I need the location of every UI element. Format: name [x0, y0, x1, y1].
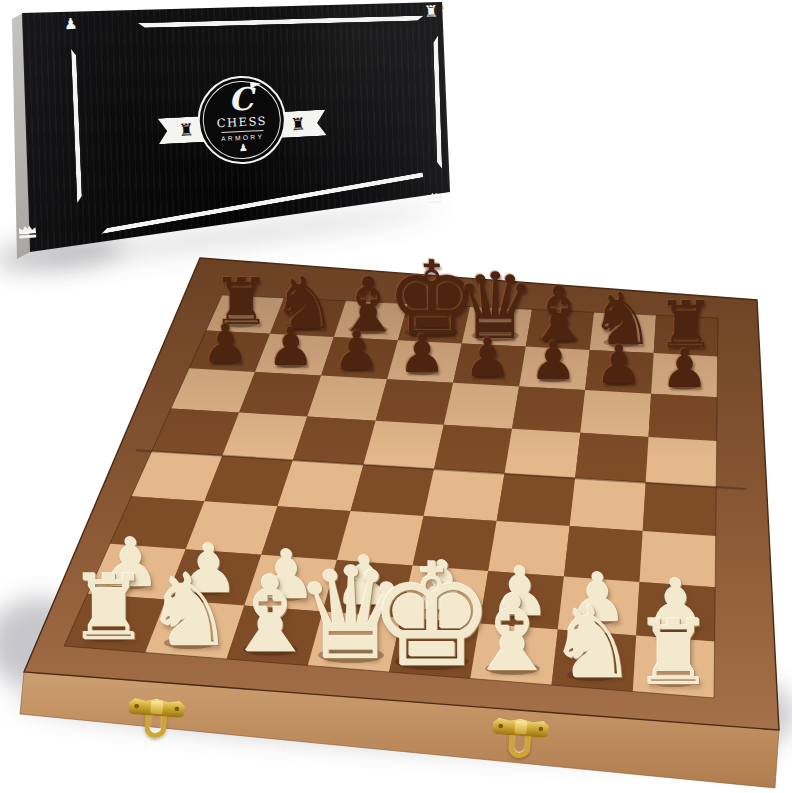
piece-shadow [269, 593, 304, 601]
piece-shadow [277, 362, 305, 369]
piece-shadow [318, 647, 384, 663]
piece-shadow [86, 631, 133, 642]
piece-shadow [567, 669, 619, 681]
piece-shadow [349, 325, 388, 334]
piece-shadow [658, 622, 693, 630]
piece-shadow [472, 330, 520, 341]
piece-shadow [540, 376, 568, 383]
piece-shadow [286, 322, 323, 331]
brass-latch-right [491, 717, 550, 760]
brass-latch-left [127, 697, 186, 740]
piece-shadow [669, 342, 703, 350]
piece-shadow [405, 326, 458, 339]
piece-shadow [604, 338, 641, 347]
piece-shadow [114, 581, 149, 589]
piece-shadow [671, 383, 699, 390]
piece-shadow [243, 643, 298, 656]
latch-plate [492, 717, 549, 738]
latch-plate [128, 697, 185, 718]
piece-shadow [343, 365, 371, 372]
piece-shadow [212, 358, 240, 365]
piece-shadow [395, 653, 469, 671]
piece-shadow [503, 610, 538, 618]
piece-shadow [605, 379, 633, 386]
piece-shadow [425, 604, 460, 612]
piece-shadow [224, 319, 258, 327]
piece-shadow [485, 662, 540, 675]
chess-board [0, 0, 792, 793]
piece-shadow [539, 334, 578, 343]
piece-shadow [650, 676, 697, 687]
product-photo-scene: ♟♜ ♜ ♜ C CHESS ARMORY ♟ ♜♞♝♚♛♝♞♜♟♟♟♟♟♟♟♟… [0, 0, 792, 793]
piece-shadow [164, 637, 216, 649]
piece-shadow [474, 372, 502, 379]
piece-shadow [408, 369, 436, 376]
piece-shadow [191, 587, 226, 595]
piece-shadow [347, 599, 382, 607]
piece-shadow [581, 616, 616, 624]
